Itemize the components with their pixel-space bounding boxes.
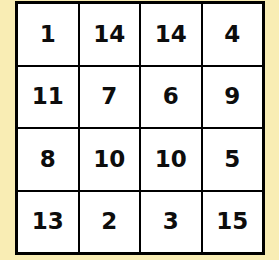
cell-r0c2: 14 <box>141 4 201 65</box>
cell-r2c3: 5 <box>203 129 263 190</box>
magic-square-board: 1 14 14 4 11 7 6 9 8 10 10 5 13 2 3 15 <box>15 1 265 255</box>
cell-r1c3: 9 <box>203 67 263 128</box>
cell-r3c2: 3 <box>141 192 201 253</box>
cell-r0c3: 4 <box>203 4 263 65</box>
cell-r3c0: 13 <box>18 192 78 253</box>
cell-r0c0: 1 <box>18 4 78 65</box>
cell-r3c3: 15 <box>203 192 263 253</box>
cell-r3c1: 2 <box>80 192 140 253</box>
cell-r1c1: 7 <box>80 67 140 128</box>
cell-r1c2: 6 <box>141 67 201 128</box>
cell-r2c1: 10 <box>80 129 140 190</box>
cell-r2c0: 8 <box>18 129 78 190</box>
cell-r1c0: 11 <box>18 67 78 128</box>
cell-r0c1: 14 <box>80 4 140 65</box>
cell-r2c2: 10 <box>141 129 201 190</box>
